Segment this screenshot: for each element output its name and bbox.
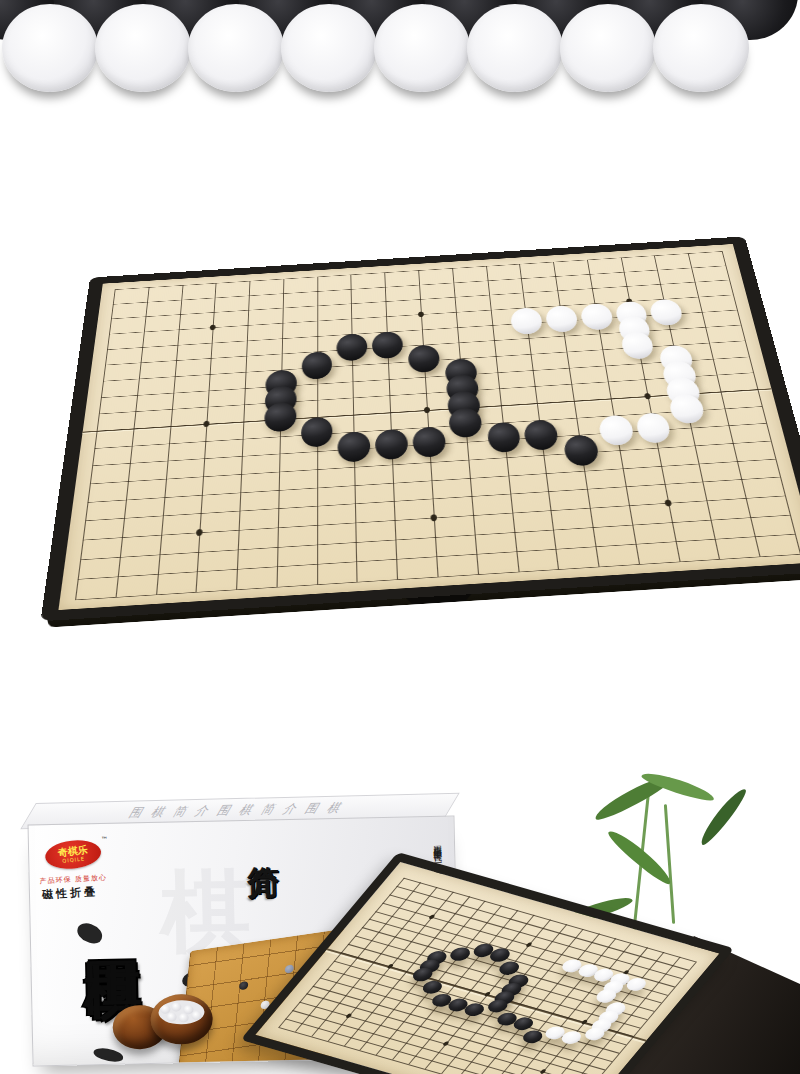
main-go-board: ●●●●●●●●●●●●●●●●●●○○○○○○○○○○○○○ bbox=[40, 236, 800, 621]
star-point bbox=[664, 499, 672, 506]
brand-subname: QIQILE bbox=[62, 855, 85, 863]
box-feature-label: 磁性折叠 bbox=[42, 884, 99, 902]
black-stone: ● bbox=[486, 422, 521, 454]
packaging-scene: 围棋简介围棋简介围棋 棋 弈 奇棋乐 QIQILE ™ 产品环保 质量放心 磁性… bbox=[0, 784, 800, 1074]
trademark-mark: ™ bbox=[101, 836, 108, 844]
product-photo-page: ●●●●●●●●●●●●●●●●●●○○○○○○○○○○○○○ 围棋简介围棋简介… bbox=[0, 0, 800, 1074]
star-point bbox=[424, 407, 430, 413]
black-stone: ● bbox=[563, 434, 600, 466]
white-stone: ○ bbox=[545, 305, 579, 333]
black-stone: ● bbox=[372, 331, 404, 359]
black-stone: ● bbox=[523, 419, 559, 451]
intro-heading: 简介 bbox=[241, 840, 287, 951]
black-stone: ● bbox=[412, 426, 446, 458]
white-stone: ○ bbox=[635, 412, 673, 443]
white-stone: ○ bbox=[649, 298, 685, 326]
star-point bbox=[204, 421, 210, 427]
black-stone: ● bbox=[338, 431, 371, 463]
white-stone: ○ bbox=[665, 377, 703, 407]
star-point bbox=[418, 311, 424, 317]
tray-white-stone bbox=[653, 4, 749, 92]
black-stone: ● bbox=[337, 333, 368, 361]
star-point bbox=[644, 393, 651, 399]
tray-white-stone bbox=[467, 4, 563, 92]
black-stone: ● bbox=[448, 407, 482, 438]
star-point bbox=[210, 324, 216, 330]
black-stone: ● bbox=[301, 351, 332, 380]
white-stone: ○ bbox=[579, 303, 614, 331]
white-stone: ○ bbox=[620, 331, 656, 360]
brand-logo: 奇棋乐 QIQILE bbox=[44, 838, 103, 872]
loose-stones-tray bbox=[0, 0, 800, 100]
board-grid: ●●●●●●●●●●●●●●●●●●○○○○○○○○○○○○○ bbox=[75, 251, 800, 599]
tray-white-stone bbox=[560, 4, 656, 92]
star-point bbox=[196, 529, 203, 536]
main-board-face: ●●●●●●●●●●●●●●●●●●○○○○○○○○○○○○○ bbox=[66, 247, 800, 605]
open-board-scene: ●●●●●●●●●●●●●●●●●●○○○○○○○○○○○○○ bbox=[0, 240, 800, 585]
black-stone: ● bbox=[301, 416, 333, 447]
tray-white-stone bbox=[374, 4, 470, 92]
white-stone: ○ bbox=[668, 393, 706, 424]
tray-white-stone bbox=[95, 4, 191, 92]
tray-white-stone bbox=[188, 4, 284, 92]
black-stone: ● bbox=[375, 429, 409, 461]
star-point bbox=[430, 514, 437, 521]
artwork-stone bbox=[239, 980, 249, 989]
tray-white-stone bbox=[281, 4, 377, 92]
white-stone: ○ bbox=[597, 415, 634, 446]
tray-white-stone bbox=[2, 4, 98, 92]
black-stone: ● bbox=[408, 344, 440, 373]
black-stone: ● bbox=[264, 402, 296, 433]
artwork-stone bbox=[284, 964, 294, 973]
white-stone: ○ bbox=[510, 307, 543, 335]
